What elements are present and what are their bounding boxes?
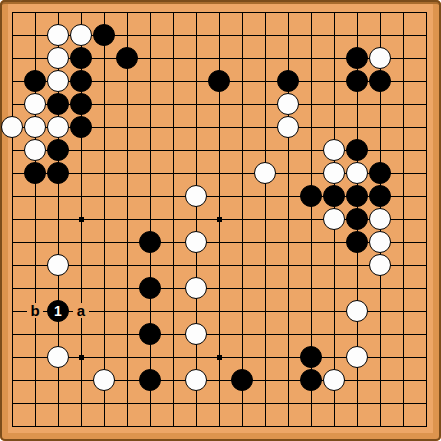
black-stone <box>93 24 115 46</box>
white-stone <box>185 369 207 391</box>
white-stone <box>24 116 46 138</box>
white-stone <box>24 139 46 161</box>
black-stone <box>346 139 368 161</box>
white-stone <box>185 277 207 299</box>
white-stone <box>369 47 391 69</box>
white-stone <box>277 93 299 115</box>
label-a: a <box>73 303 89 318</box>
white-stone <box>254 162 276 184</box>
white-stone <box>323 139 345 161</box>
black-stone <box>139 369 161 391</box>
black-stone <box>346 70 368 92</box>
black-stone <box>300 369 322 391</box>
black-stone <box>24 162 46 184</box>
white-stone <box>346 300 368 322</box>
star-point <box>217 355 222 360</box>
black-stone <box>70 116 92 138</box>
white-stone <box>323 162 345 184</box>
black-stone <box>70 47 92 69</box>
white-stone <box>369 231 391 253</box>
white-stone <box>93 369 115 391</box>
star-point <box>79 355 84 360</box>
white-stone <box>47 24 69 46</box>
go-board: 1ba <box>0 0 441 441</box>
white-stone <box>185 323 207 345</box>
white-stone <box>369 208 391 230</box>
black-stone <box>346 231 368 253</box>
label-b: b <box>27 303 43 318</box>
white-stone <box>346 346 368 368</box>
black-stone <box>323 185 345 207</box>
white-stone <box>323 208 345 230</box>
white-stone <box>70 24 92 46</box>
black-stone <box>47 162 69 184</box>
white-stone <box>24 93 46 115</box>
star-point <box>79 217 84 222</box>
black-stone <box>139 231 161 253</box>
black-stone <box>369 70 391 92</box>
black-stone <box>300 346 322 368</box>
black-stone <box>116 47 138 69</box>
black-stone <box>47 93 69 115</box>
white-stone <box>185 231 207 253</box>
black-stone <box>369 162 391 184</box>
white-stone <box>47 346 69 368</box>
black-stone <box>24 70 46 92</box>
white-stone <box>185 185 207 207</box>
black-stone <box>47 139 69 161</box>
white-stone <box>47 254 69 276</box>
white-stone <box>47 47 69 69</box>
white-stone <box>277 116 299 138</box>
black-stone <box>300 185 322 207</box>
black-stone <box>346 208 368 230</box>
white-stone <box>323 369 345 391</box>
white-stone <box>47 70 69 92</box>
black-stone <box>208 70 230 92</box>
star-point <box>217 217 222 222</box>
black-stone <box>70 93 92 115</box>
black-stone <box>346 185 368 207</box>
black-stone <box>346 47 368 69</box>
black-stone <box>139 277 161 299</box>
white-stone <box>47 116 69 138</box>
move-number-1: 1 <box>47 300 69 322</box>
black-stone <box>369 185 391 207</box>
black-stone <box>139 323 161 345</box>
black-stone <box>70 70 92 92</box>
white-stone <box>1 116 23 138</box>
black-stone <box>277 70 299 92</box>
black-stone <box>231 369 253 391</box>
white-stone <box>346 162 368 184</box>
white-stone <box>369 254 391 276</box>
